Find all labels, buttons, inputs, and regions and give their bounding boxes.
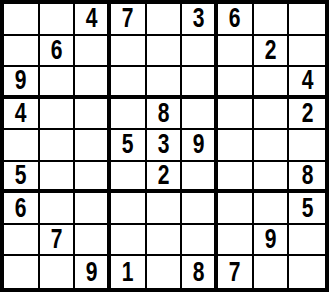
cell-r1c3[interactable]: 4 (75, 4, 111, 36)
cell-r8c8[interactable]: 9 (254, 225, 290, 257)
cell-r9c7[interactable]: 7 (218, 256, 254, 288)
cell-r1c4[interactable]: 7 (111, 4, 147, 36)
cell-r9c1[interactable] (4, 256, 40, 288)
cell-r2c9[interactable] (289, 36, 325, 68)
cell-r2c4[interactable] (111, 36, 147, 68)
cell-r3c5[interactable] (147, 67, 183, 99)
given-digit: 4 (15, 100, 27, 127)
cell-r1c7[interactable]: 6 (218, 4, 254, 36)
sudoku-board: 4736629448253952865799187 (0, 0, 329, 292)
cell-r2c8[interactable]: 2 (254, 36, 290, 68)
cell-r9c6[interactable]: 8 (182, 256, 218, 288)
cell-r8c2[interactable]: 7 (40, 225, 76, 257)
cell-r5c7[interactable] (218, 130, 254, 162)
given-digit: 2 (265, 37, 277, 64)
cell-r4c2[interactable] (40, 99, 76, 131)
given-digit: 5 (301, 195, 313, 222)
given-digit: 9 (85, 259, 97, 286)
given-digit: 7 (229, 259, 241, 286)
cell-r8c5[interactable] (147, 225, 183, 257)
cell-r5c3[interactable] (75, 130, 111, 162)
cell-r6c8[interactable] (254, 162, 290, 194)
given-digit: 7 (51, 226, 63, 253)
cell-r1c9[interactable] (289, 4, 325, 36)
cell-r4c9[interactable]: 2 (289, 99, 325, 131)
given-digit: 4 (301, 67, 313, 94)
cell-r9c2[interactable] (40, 256, 76, 288)
cell-r4c3[interactable] (75, 99, 111, 131)
cell-r4c8[interactable] (254, 99, 290, 131)
cell-r7c9[interactable]: 5 (289, 193, 325, 225)
cell-r4c4[interactable] (111, 99, 147, 131)
cell-r5c8[interactable] (254, 130, 290, 162)
cell-r5c1[interactable] (4, 130, 40, 162)
cell-r4c6[interactable] (182, 99, 218, 131)
given-digit: 7 (122, 5, 134, 32)
given-digit: 9 (192, 131, 204, 158)
cell-r1c5[interactable] (147, 4, 183, 36)
cell-r8c3[interactable] (75, 225, 111, 257)
given-digit: 8 (301, 162, 313, 189)
cell-r2c6[interactable] (182, 36, 218, 68)
cell-r3c8[interactable] (254, 67, 290, 99)
cell-r5c2[interactable] (40, 130, 76, 162)
given-digit: 2 (158, 162, 170, 189)
cell-r4c1[interactable]: 4 (4, 99, 40, 131)
cell-r3c4[interactable] (111, 67, 147, 99)
cell-r3c3[interactable] (75, 67, 111, 99)
cell-r9c4[interactable]: 1 (111, 256, 147, 288)
cell-r1c6[interactable]: 3 (182, 4, 218, 36)
cell-r6c4[interactable] (111, 162, 147, 194)
cell-r1c8[interactable] (254, 4, 290, 36)
cell-r2c1[interactable] (4, 36, 40, 68)
cell-r8c6[interactable] (182, 225, 218, 257)
cell-r2c2[interactable]: 6 (40, 36, 76, 68)
given-digit: 9 (265, 226, 277, 253)
cell-r2c7[interactable] (218, 36, 254, 68)
cell-r7c8[interactable] (254, 193, 290, 225)
cell-r5c4[interactable]: 5 (111, 130, 147, 162)
cell-r4c5[interactable]: 8 (147, 99, 183, 131)
cell-r7c2[interactable] (40, 193, 76, 225)
cell-r5c5[interactable]: 3 (147, 130, 183, 162)
given-digit: 5 (15, 162, 27, 189)
given-digit: 9 (15, 67, 27, 94)
given-digit: 1 (122, 259, 134, 286)
given-digit: 6 (15, 195, 27, 222)
cell-r9c8[interactable] (254, 256, 290, 288)
cell-r1c1[interactable] (4, 4, 40, 36)
cell-r7c7[interactable] (218, 193, 254, 225)
cell-r8c7[interactable] (218, 225, 254, 257)
cell-r1c2[interactable] (40, 4, 76, 36)
given-digit: 6 (51, 37, 63, 64)
cell-r2c5[interactable] (147, 36, 183, 68)
cell-r4c7[interactable] (218, 99, 254, 131)
cell-r7c5[interactable] (147, 193, 183, 225)
cell-r7c3[interactable] (75, 193, 111, 225)
given-digit: 8 (158, 100, 170, 127)
cell-r8c1[interactable] (4, 225, 40, 257)
cell-r8c9[interactable] (289, 225, 325, 257)
cell-r3c6[interactable] (182, 67, 218, 99)
cell-r7c1[interactable]: 6 (4, 193, 40, 225)
cell-r5c9[interactable] (289, 130, 325, 162)
given-digit: 2 (301, 100, 313, 127)
cell-r3c9[interactable]: 4 (289, 67, 325, 99)
given-digit: 5 (122, 131, 134, 158)
cell-r6c5[interactable]: 2 (147, 162, 183, 194)
given-digit: 8 (192, 259, 204, 286)
cell-r6c2[interactable] (40, 162, 76, 194)
cell-r8c4[interactable] (111, 225, 147, 257)
cell-r2c3[interactable] (75, 36, 111, 68)
given-digit: 3 (192, 5, 204, 32)
cell-r3c1[interactable]: 9 (4, 67, 40, 99)
given-digit: 4 (85, 5, 97, 32)
cell-r6c9[interactable]: 8 (289, 162, 325, 194)
cell-r3c2[interactable] (40, 67, 76, 99)
cell-r5c6[interactable]: 9 (182, 130, 218, 162)
cell-r6c6[interactable] (182, 162, 218, 194)
cell-r3c7[interactable] (218, 67, 254, 99)
given-digit: 3 (158, 131, 170, 158)
cell-r9c9[interactable] (289, 256, 325, 288)
given-digit: 6 (229, 5, 241, 32)
cell-r6c3[interactable] (75, 162, 111, 194)
cell-r6c7[interactable] (218, 162, 254, 194)
cell-r7c6[interactable] (182, 193, 218, 225)
cell-r9c3[interactable]: 9 (75, 256, 111, 288)
cell-r7c4[interactable] (111, 193, 147, 225)
cell-r6c1[interactable]: 5 (4, 162, 40, 194)
cell-r9c5[interactable] (147, 256, 183, 288)
